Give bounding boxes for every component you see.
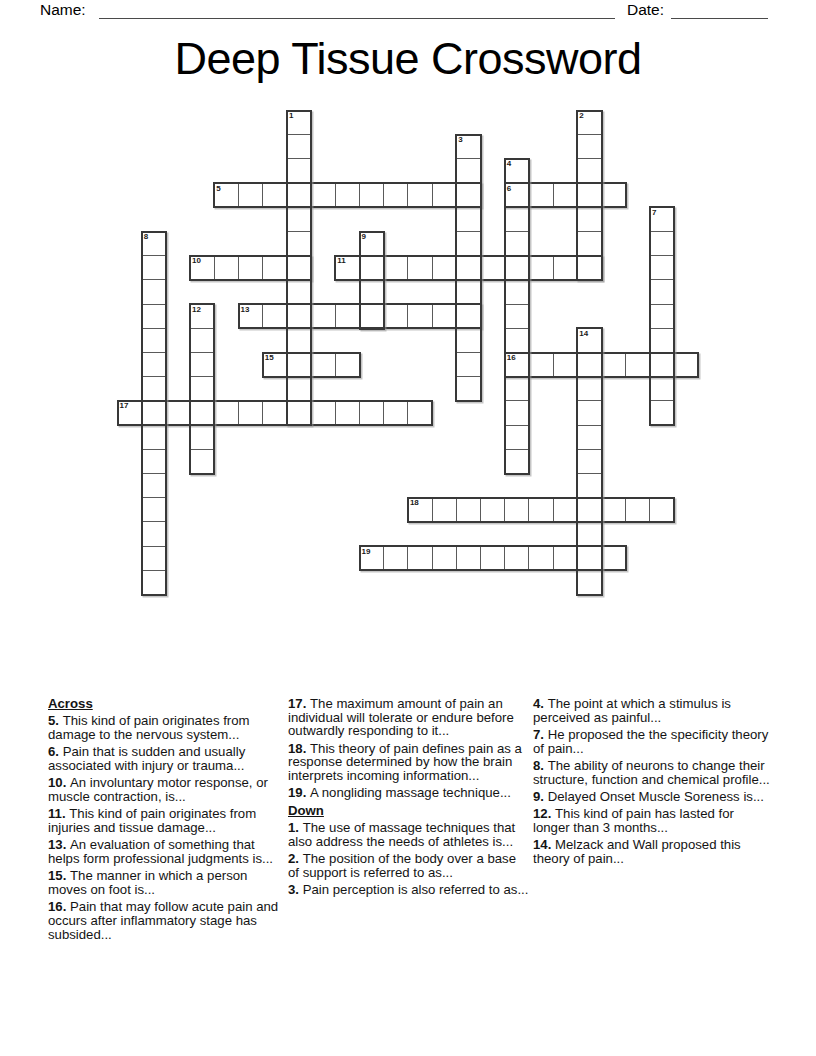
grid-cell[interactable] xyxy=(504,400,529,425)
grid-cell[interactable] xyxy=(553,497,578,522)
grid-cell[interactable] xyxy=(601,183,626,208)
grid-cell[interactable] xyxy=(238,400,263,425)
grid-cell[interactable] xyxy=(141,570,166,595)
grid-cell[interactable] xyxy=(286,328,311,353)
grid-cell[interactable] xyxy=(456,304,481,329)
puzzle-title: Deep Tissue Crossword xyxy=(0,33,816,85)
grid-cell[interactable] xyxy=(456,328,481,353)
grid-cell[interactable] xyxy=(504,376,529,401)
grid-cell[interactable] xyxy=(553,546,578,571)
grid-cell[interactable] xyxy=(577,352,602,377)
name-label: Name: xyxy=(40,1,86,19)
grid-cell[interactable] xyxy=(456,158,481,183)
grid-cell[interactable] xyxy=(577,473,602,498)
grid-cell[interactable] xyxy=(577,400,602,425)
grid-cell[interactable] xyxy=(286,183,311,208)
grid-cell[interactable] xyxy=(190,328,215,353)
grid-cell[interactable] xyxy=(359,546,384,571)
grid-cell[interactable] xyxy=(649,207,674,232)
grid-cell[interactable] xyxy=(286,255,311,280)
grid-cell[interactable] xyxy=(649,497,674,522)
grid-cell[interactable] xyxy=(359,400,384,425)
grid-cell[interactable] xyxy=(504,158,529,183)
grid-cell[interactable] xyxy=(504,183,529,208)
grid-cell[interactable] xyxy=(577,110,602,135)
grid-cell[interactable] xyxy=(577,158,602,183)
clue-across-16: 16. Pain that may follow acute pain and … xyxy=(48,900,286,941)
grid-cell[interactable] xyxy=(214,183,239,208)
grid-cell[interactable] xyxy=(407,497,432,522)
clue-down-2: 2. The position of the body over a base … xyxy=(288,852,529,879)
grid-cell[interactable] xyxy=(262,400,287,425)
clue-across-5: 5. This kind of pain originates from dam… xyxy=(48,714,286,741)
grid-cell[interactable] xyxy=(214,400,239,425)
clue-across-11: 11. This kind of pain originates from in… xyxy=(48,807,286,834)
grid-cell[interactable] xyxy=(577,376,602,401)
clue-down-8: 8. The ability of neurons to change thei… xyxy=(533,759,774,786)
grid-cell[interactable] xyxy=(577,231,602,256)
clue-column-3: 4. The point at which a stimulus is perc… xyxy=(533,697,774,869)
down-heading: Down xyxy=(288,804,529,818)
clue-across-17: 17. The maximum amount of pain an indivi… xyxy=(288,697,529,738)
grid-cell[interactable] xyxy=(674,352,699,377)
grid-cell[interactable] xyxy=(262,255,287,280)
grid-cell[interactable] xyxy=(649,376,674,401)
grid-cell[interactable] xyxy=(262,352,287,377)
grid-cell[interactable] xyxy=(553,183,578,208)
grid-cell[interactable] xyxy=(577,425,602,450)
grid-cell[interactable] xyxy=(335,400,360,425)
grid-cell[interactable] xyxy=(625,497,650,522)
clue-across-10: 10. An involuntary motor response, or mu… xyxy=(48,776,286,803)
grid-cell[interactable] xyxy=(504,449,529,474)
grid-cell[interactable] xyxy=(383,304,408,329)
grid-cell[interactable] xyxy=(141,546,166,571)
grid-cell[interactable] xyxy=(262,183,287,208)
grid-cell[interactable] xyxy=(456,231,481,256)
grid-cell[interactable] xyxy=(456,183,481,208)
grid-cell[interactable] xyxy=(286,400,311,425)
grid-cell[interactable] xyxy=(238,304,263,329)
grid-cell[interactable] xyxy=(432,546,457,571)
grid-cell[interactable] xyxy=(601,497,626,522)
grid-cell[interactable] xyxy=(577,207,602,232)
grid-cell[interactable] xyxy=(456,376,481,401)
grid-cell[interactable] xyxy=(238,183,263,208)
grid-cell[interactable] xyxy=(141,328,166,353)
grid-cell[interactable] xyxy=(649,231,674,256)
grid-cell[interactable] xyxy=(190,255,215,280)
grid-cell[interactable] xyxy=(480,497,505,522)
clue-down-3: 3. Pain perception is also referred to a… xyxy=(288,883,529,897)
grid-cell[interactable] xyxy=(432,183,457,208)
grid-cell[interactable] xyxy=(504,328,529,353)
grid-cell[interactable] xyxy=(577,134,602,159)
across-heading: Across xyxy=(48,697,286,711)
grid-cell[interactable] xyxy=(311,183,336,208)
grid-cell[interactable] xyxy=(238,255,263,280)
grid-cell[interactable] xyxy=(432,255,457,280)
grid-cell[interactable] xyxy=(456,546,481,571)
grid-cell[interactable] xyxy=(577,570,602,595)
grid-cell[interactable] xyxy=(601,352,626,377)
grid-cell[interactable] xyxy=(504,207,529,232)
clue-column-1: Across5. This kind of pain originates fr… xyxy=(48,697,286,945)
grid-cell[interactable] xyxy=(190,304,215,329)
grid-cell[interactable] xyxy=(359,279,384,304)
grid-cell[interactable] xyxy=(577,546,602,571)
clue-across-13: 13. An evaluation of something that help… xyxy=(48,838,286,865)
grid-cell[interactable] xyxy=(504,546,529,571)
grid-cell[interactable] xyxy=(528,255,553,280)
grid-cell[interactable] xyxy=(407,546,432,571)
grid-cell[interactable] xyxy=(577,497,602,522)
grid-cell[interactable] xyxy=(141,279,166,304)
grid-cell[interactable] xyxy=(141,400,166,425)
grid-cell[interactable] xyxy=(577,255,602,280)
grid-cell[interactable] xyxy=(190,449,215,474)
grid-cell[interactable] xyxy=(528,546,553,571)
grid-cell[interactable] xyxy=(553,352,578,377)
clue-down-4: 4. The point at which a stimulus is perc… xyxy=(533,697,774,724)
grid-cell[interactable] xyxy=(407,255,432,280)
clue-across-15: 15. The manner in which a person moves o… xyxy=(48,869,286,896)
grid-cell[interactable] xyxy=(649,255,674,280)
grid-cell[interactable] xyxy=(335,183,360,208)
grid-cell[interactable] xyxy=(528,352,553,377)
grid-cell[interactable] xyxy=(456,352,481,377)
grid-cell[interactable] xyxy=(141,376,166,401)
grid-cell[interactable] xyxy=(504,352,529,377)
clue-across-18: 18. This theory of pain defines pain as … xyxy=(288,742,529,783)
grid-cell[interactable] xyxy=(577,449,602,474)
grid-cell[interactable] xyxy=(141,352,166,377)
grid-cell[interactable] xyxy=(649,352,674,377)
grid-cell[interactable] xyxy=(407,304,432,329)
grid-cell[interactable] xyxy=(286,207,311,232)
grid-cell[interactable] xyxy=(141,231,166,256)
grid-cell[interactable] xyxy=(286,352,311,377)
grid-cell[interactable] xyxy=(528,497,553,522)
grid-cell[interactable] xyxy=(286,158,311,183)
grid-cell[interactable] xyxy=(286,279,311,304)
grid-cell[interactable] xyxy=(383,546,408,571)
grid-cell[interactable] xyxy=(190,400,215,425)
grid-cell[interactable] xyxy=(117,400,142,425)
grid-cell[interactable] xyxy=(456,207,481,232)
clue-column-2: 17. The maximum amount of pain an indivi… xyxy=(288,697,529,900)
grid-cell[interactable] xyxy=(190,425,215,450)
grid-cell[interactable] xyxy=(504,497,529,522)
grid-cell[interactable] xyxy=(141,497,166,522)
clue-across-6: 6. Pain that is sudden and usually assoc… xyxy=(48,745,286,772)
grid-cell[interactable] xyxy=(407,183,432,208)
grid-cell[interactable] xyxy=(528,183,553,208)
grid-cell[interactable] xyxy=(286,304,311,329)
grid-cell[interactable] xyxy=(359,255,384,280)
grid-cell[interactable] xyxy=(649,400,674,425)
grid-cell[interactable] xyxy=(311,400,336,425)
grid-cell[interactable] xyxy=(625,352,650,377)
grid-cell[interactable] xyxy=(504,255,529,280)
grid-cell[interactable] xyxy=(214,255,239,280)
grid-cell[interactable] xyxy=(286,231,311,256)
grid-cell[interactable] xyxy=(335,255,360,280)
clue-down-7: 7. He proposed the the specificity theor… xyxy=(533,728,774,755)
grid-cell[interactable] xyxy=(456,497,481,522)
grid-cell[interactable] xyxy=(190,352,215,377)
grid-cell[interactable] xyxy=(456,134,481,159)
date-label: Date: xyxy=(627,1,664,19)
grid-cell[interactable] xyxy=(286,134,311,159)
grid-cell[interactable] xyxy=(649,328,674,353)
grid-cell[interactable] xyxy=(141,425,166,450)
grid-cell[interactable] xyxy=(432,497,457,522)
grid-cell[interactable] xyxy=(165,400,190,425)
grid-cell[interactable] xyxy=(504,231,529,256)
grid-cell[interactable] xyxy=(456,279,481,304)
grid-cell[interactable] xyxy=(311,352,336,377)
grid-cell[interactable] xyxy=(383,183,408,208)
clue-down-12: 12. This kind of pain has lasted for lon… xyxy=(533,807,774,834)
clue-down-9: 9. Delayed Onset Muscle Soreness is... xyxy=(533,790,774,804)
grid-cell[interactable] xyxy=(141,449,166,474)
grid-cell[interactable] xyxy=(504,304,529,329)
grid-cell[interactable] xyxy=(359,231,384,256)
grid-cell[interactable] xyxy=(480,255,505,280)
grid-cell[interactable] xyxy=(504,279,529,304)
grid-cell[interactable] xyxy=(141,473,166,498)
grid-cell[interactable] xyxy=(407,400,432,425)
grid-cell[interactable] xyxy=(359,183,384,208)
date-blank-line[interactable] xyxy=(671,18,768,19)
grid-cell[interactable] xyxy=(649,304,674,329)
clue-down-1: 1. The use of massage techniques that al… xyxy=(288,821,529,848)
grid-cell[interactable] xyxy=(359,304,384,329)
grid-cell[interactable] xyxy=(577,183,602,208)
grid-cell[interactable] xyxy=(504,425,529,450)
grid-cell[interactable] xyxy=(141,521,166,546)
name-blank-line[interactable] xyxy=(99,18,615,19)
clue-down-14: 14. Melzack and Wall proposed this theor… xyxy=(533,838,774,865)
grid-cell[interactable] xyxy=(335,304,360,329)
grid-cell[interactable] xyxy=(456,255,481,280)
grid-cell[interactable] xyxy=(311,304,336,329)
grid-cell[interactable] xyxy=(577,521,602,546)
grid-cell[interactable] xyxy=(649,279,674,304)
grid-cell[interactable] xyxy=(383,400,408,425)
grid-cell[interactable] xyxy=(286,376,311,401)
grid-cell[interactable] xyxy=(383,255,408,280)
grid-cell[interactable] xyxy=(286,110,311,135)
grid-cell[interactable] xyxy=(141,304,166,329)
clue-across-19: 19. A nongliding massage technique... xyxy=(288,786,529,800)
grid-cell[interactable] xyxy=(601,546,626,571)
grid-cell[interactable] xyxy=(141,255,166,280)
grid-cell[interactable] xyxy=(335,352,360,377)
grid-cell[interactable] xyxy=(480,546,505,571)
crossword-grid: 12345678910111213141516171819 xyxy=(117,110,700,596)
grid-cell[interactable] xyxy=(577,328,602,353)
grid-cell[interactable] xyxy=(432,304,457,329)
grid-cell[interactable] xyxy=(190,376,215,401)
grid-cell[interactable] xyxy=(262,304,287,329)
grid-cell[interactable] xyxy=(553,255,578,280)
